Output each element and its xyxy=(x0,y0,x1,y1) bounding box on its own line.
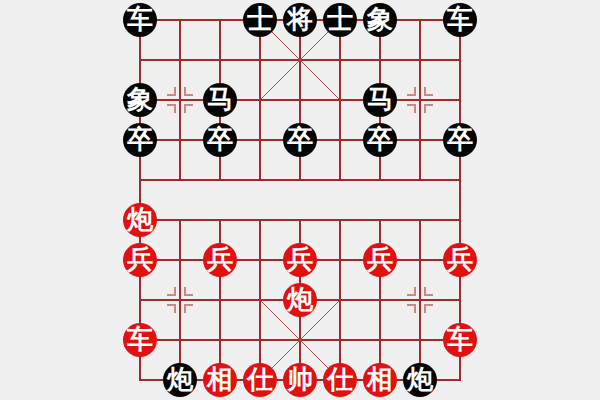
piece-red-advisor[interactable]: 仕 xyxy=(323,363,357,397)
piece-black-elephant[interactable]: 象 xyxy=(363,3,397,37)
piece-red-chariot[interactable]: 车 xyxy=(123,323,157,357)
piece-red-general[interactable]: 帅 xyxy=(283,363,317,397)
piece-black-horse[interactable]: 马 xyxy=(203,83,237,117)
piece-black-horse[interactable]: 马 xyxy=(363,83,397,117)
piece-black-advisor[interactable]: 士 xyxy=(323,3,357,37)
piece-black-soldier[interactable]: 卒 xyxy=(443,123,477,157)
piece-black-cannon[interactable]: 炮 xyxy=(403,363,437,397)
piece-red-cannon[interactable]: 炮 xyxy=(123,203,157,237)
piece-red-soldier[interactable]: 兵 xyxy=(363,243,397,277)
piece-red-elephant[interactable]: 相 xyxy=(203,363,237,397)
xiangqi-board: 车士将士象车象马马卒卒卒卒卒炮兵兵兵兵兵炮车车炮相仕帅仕相炮 xyxy=(0,0,600,400)
piece-red-soldier[interactable]: 兵 xyxy=(283,243,317,277)
piece-black-cannon[interactable]: 炮 xyxy=(163,363,197,397)
pieces-layer: 车士将士象车象马马卒卒卒卒卒炮兵兵兵兵兵炮车车炮相仕帅仕相炮 xyxy=(120,0,480,400)
piece-red-soldier[interactable]: 兵 xyxy=(123,243,157,277)
piece-black-general[interactable]: 将 xyxy=(283,3,317,37)
piece-black-chariot[interactable]: 车 xyxy=(123,3,157,37)
piece-black-advisor[interactable]: 士 xyxy=(243,3,277,37)
piece-black-chariot[interactable]: 车 xyxy=(443,3,477,37)
piece-red-cannon[interactable]: 炮 xyxy=(283,283,317,317)
piece-black-elephant[interactable]: 象 xyxy=(123,83,157,117)
piece-red-elephant[interactable]: 相 xyxy=(363,363,397,397)
piece-black-soldier[interactable]: 卒 xyxy=(203,123,237,157)
piece-black-soldier[interactable]: 卒 xyxy=(123,123,157,157)
piece-red-soldier[interactable]: 兵 xyxy=(443,243,477,277)
piece-red-soldier[interactable]: 兵 xyxy=(203,243,237,277)
piece-black-soldier[interactable]: 卒 xyxy=(363,123,397,157)
piece-red-advisor[interactable]: 仕 xyxy=(243,363,277,397)
piece-red-chariot[interactable]: 车 xyxy=(443,323,477,357)
piece-black-soldier[interactable]: 卒 xyxy=(283,123,317,157)
